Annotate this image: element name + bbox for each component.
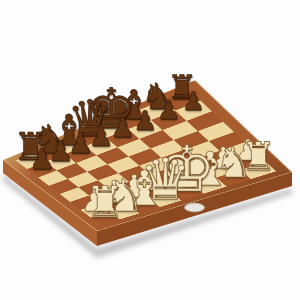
piece-black-pawn-h7[interactable]: ♟	[182, 89, 205, 115]
piece-black-pawn-e7[interactable]: ♟	[110, 115, 135, 143]
piece-black-pawn-a7[interactable]: ♟	[29, 145, 55, 174]
piece-white-rook-a1[interactable]: ♜	[86, 182, 125, 225]
piece-black-pawn-f7[interactable]: ♟	[133, 106, 157, 133]
chess-set-photo: ♜♞♝♛♚♝♞♜♟♟♟♟♟♟♟♟♟♟♟♟♟♟♟♟♜♞♝♛♚♝♞♜	[0, 0, 300, 300]
piece-black-pawn-g7[interactable]: ♟	[157, 98, 181, 124]
